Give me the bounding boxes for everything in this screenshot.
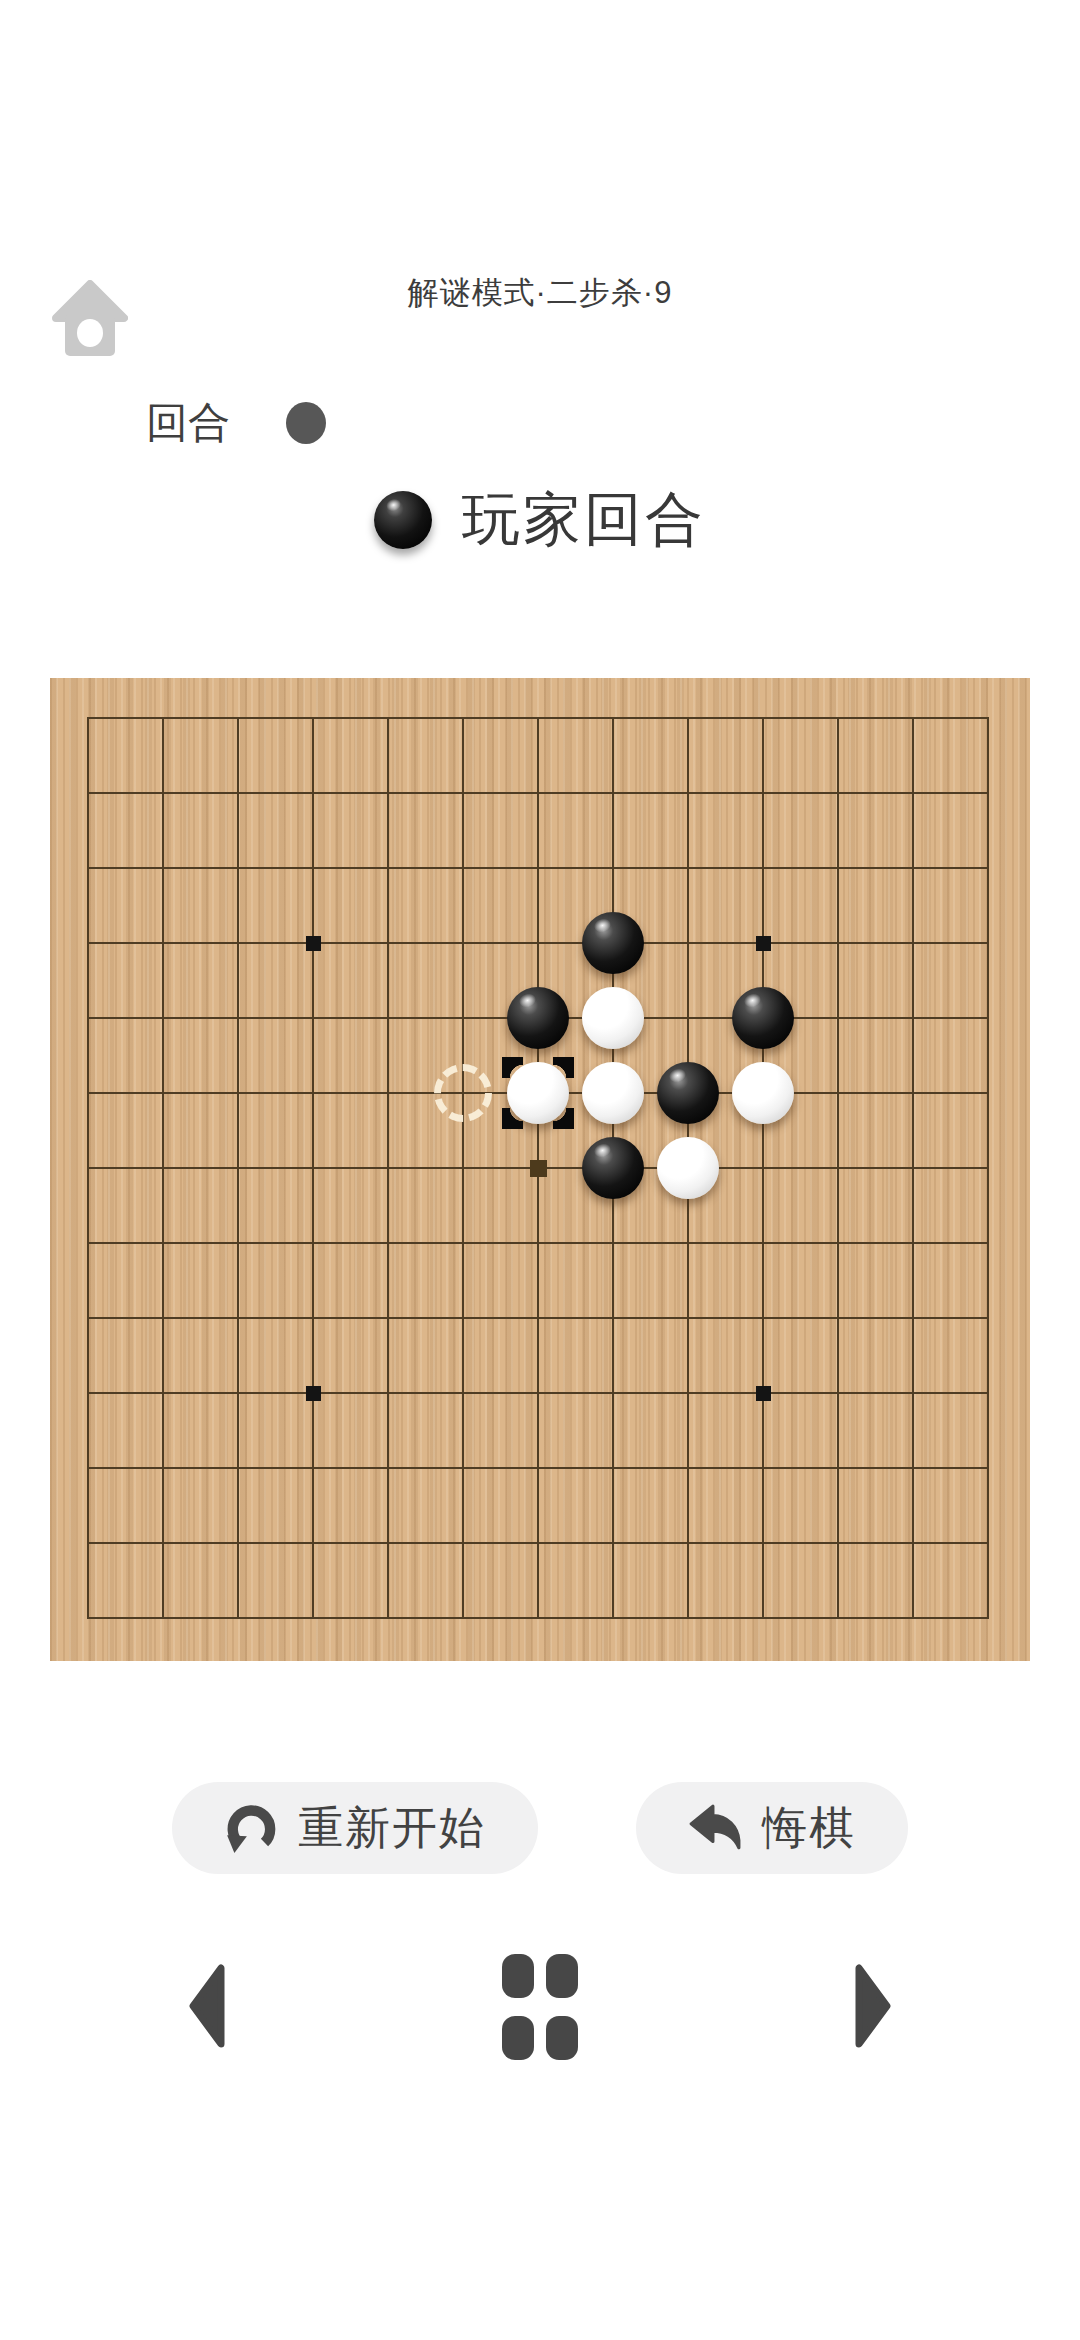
white-stone xyxy=(582,1062,644,1124)
controls-row: 重新开始 悔棋 xyxy=(0,1782,1080,1874)
prev-level-button[interactable] xyxy=(188,1962,228,2054)
player-turn-label: 玩家回合 xyxy=(462,481,706,559)
player-turn-row: 玩家回合 xyxy=(0,480,1080,560)
undo-button[interactable]: 悔棋 xyxy=(636,1782,908,1874)
white-stone xyxy=(732,1062,794,1124)
undo-label: 悔棋 xyxy=(762,1798,856,1858)
round-label: 回合 xyxy=(146,395,230,451)
hint-circle[interactable] xyxy=(434,1064,492,1122)
level-grid-button[interactable] xyxy=(502,1954,578,2060)
bottom-nav xyxy=(0,1952,1080,2062)
star-point xyxy=(306,936,321,951)
center-star-point xyxy=(530,1160,547,1177)
grid-pill xyxy=(502,1954,534,1998)
black-stone xyxy=(732,987,794,1049)
star-point xyxy=(756,1386,771,1401)
grid-pill xyxy=(502,2016,534,2060)
black-stone xyxy=(507,987,569,1049)
white-stone xyxy=(507,1062,569,1124)
restart-label: 重新开始 xyxy=(298,1798,486,1858)
board[interactable] xyxy=(50,678,1030,1661)
right-arrow-icon xyxy=(852,1962,892,2050)
black-stone xyxy=(657,1062,719,1124)
page-title: 解谜模式·二步杀·9 xyxy=(0,272,1080,314)
grid-pill xyxy=(546,2016,578,2060)
black-stone xyxy=(582,912,644,974)
undo-icon xyxy=(688,1804,742,1852)
restart-icon xyxy=(224,1801,278,1855)
left-arrow-icon xyxy=(188,1962,228,2050)
star-point xyxy=(756,936,771,951)
white-stone xyxy=(582,987,644,1049)
turn-dot-icon xyxy=(286,402,326,444)
black-stone xyxy=(582,1137,644,1199)
restart-button[interactable]: 重新开始 xyxy=(172,1782,538,1874)
grid-pill xyxy=(546,1954,578,1998)
black-stone-icon xyxy=(374,491,432,549)
round-row: 回合 xyxy=(146,398,326,448)
star-point xyxy=(306,1386,321,1401)
next-level-button[interactable] xyxy=(852,1962,892,2054)
white-stone xyxy=(657,1137,719,1199)
